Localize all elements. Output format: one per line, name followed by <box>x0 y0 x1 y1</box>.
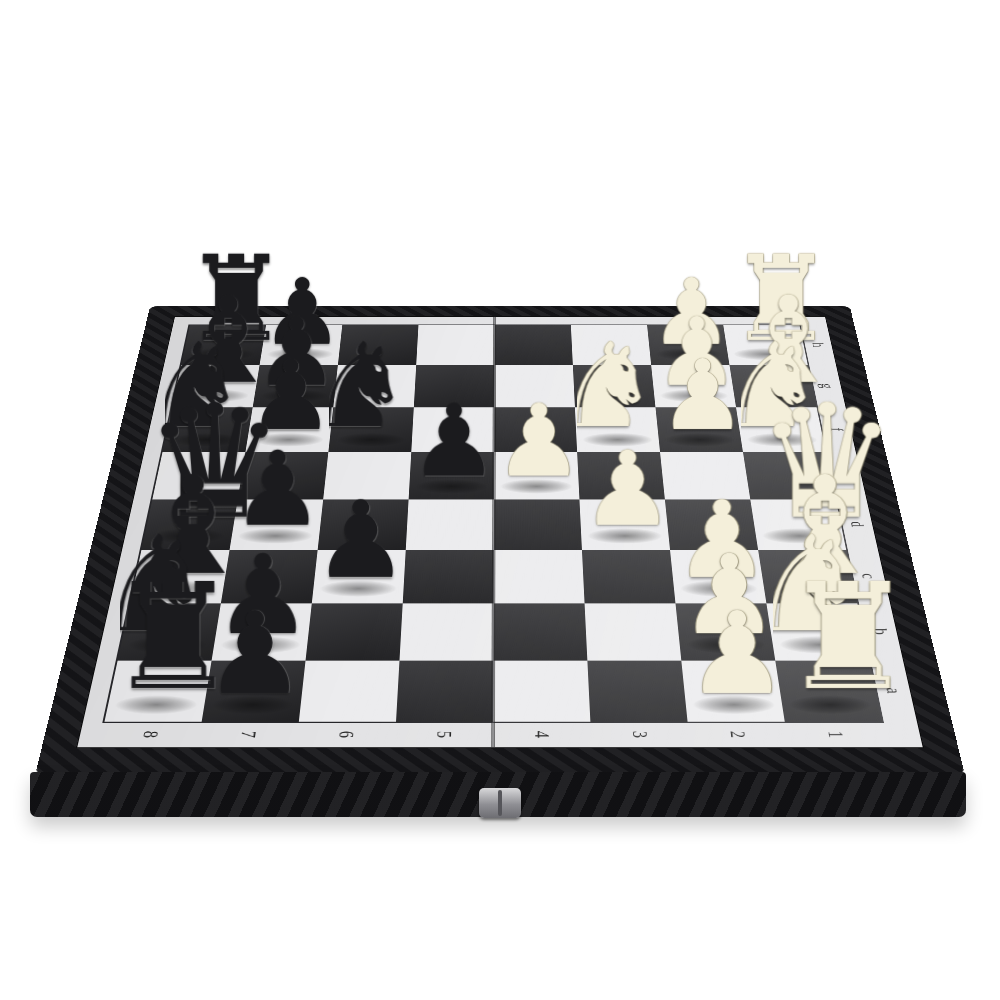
square-d4[interactable] <box>494 499 582 549</box>
rank-label-7: 7 <box>224 703 272 767</box>
square-g4[interactable] <box>494 365 575 407</box>
file-label-b: b <box>833 622 930 641</box>
square-d6[interactable] <box>318 499 409 549</box>
chess-board-frame: 87654321 hgfedcba ♜♟♟♜♝♟♟♝♞♟♞♞♟♞♟♟♛♟♟♛♝♟… <box>35 306 965 775</box>
rank-label-4: 4 <box>522 703 563 767</box>
square-e6[interactable] <box>323 452 411 499</box>
square-e8[interactable] <box>152 452 245 499</box>
square-d2[interactable] <box>665 499 758 549</box>
square-b7[interactable] <box>212 603 312 660</box>
board-surface: 87654321 hgfedcba ♜♟♟♜♝♟♟♝♞♟♞♞♟♞♟♟♛♟♟♛♝♟… <box>77 317 922 748</box>
square-h8[interactable] <box>181 325 266 365</box>
square-g2[interactable] <box>651 365 736 407</box>
square-f2[interactable] <box>655 407 742 452</box>
square-b4[interactable] <box>493 603 587 660</box>
square-g6[interactable] <box>333 365 416 407</box>
file-label-c: c <box>822 567 915 585</box>
file-label-d: d <box>812 516 902 533</box>
square-d7[interactable] <box>230 499 324 549</box>
product-photo-scene: 87654321 hgfedcba ♜♟♟♜♝♟♟♝♞♟♞♞♟♞♟♟♛♟♟♛♝♟… <box>0 0 1000 1000</box>
square-e5[interactable] <box>409 452 495 499</box>
square-c8[interactable] <box>130 550 230 604</box>
file-label-a: a <box>844 680 944 701</box>
square-d3[interactable] <box>579 499 670 549</box>
chess-grid <box>104 325 881 721</box>
square-e2[interactable] <box>660 452 750 499</box>
square-g5[interactable] <box>414 365 495 407</box>
square-h7[interactable] <box>260 325 343 365</box>
square-c6[interactable] <box>312 550 406 604</box>
square-d5[interactable] <box>406 499 494 549</box>
square-b2[interactable] <box>675 603 775 660</box>
square-g3[interactable] <box>573 365 656 407</box>
square-c3[interactable] <box>582 550 676 604</box>
square-c2[interactable] <box>670 550 766 604</box>
square-b8[interactable] <box>118 603 221 660</box>
square-c4[interactable] <box>494 550 585 604</box>
square-g7[interactable] <box>253 365 338 407</box>
square-b6[interactable] <box>306 603 403 660</box>
square-c7[interactable] <box>221 550 318 604</box>
square-f4[interactable] <box>494 407 577 452</box>
square-d8[interactable] <box>141 499 237 549</box>
square-h2[interactable] <box>647 325 729 365</box>
square-b3[interactable] <box>585 603 682 660</box>
file-label-f: f <box>794 422 879 437</box>
square-h6[interactable] <box>338 325 419 365</box>
square-h4[interactable] <box>495 325 573 365</box>
square-e3[interactable] <box>577 452 665 499</box>
file-label-g: g <box>786 379 869 393</box>
square-f5[interactable] <box>411 407 494 452</box>
square-e7[interactable] <box>238 452 329 499</box>
square-f7[interactable] <box>245 407 333 452</box>
hinge <box>479 788 521 818</box>
square-h5[interactable] <box>416 325 494 365</box>
rank-label-3: 3 <box>618 703 662 767</box>
rank-label-5: 5 <box>423 703 464 767</box>
square-e4[interactable] <box>494 452 579 499</box>
square-g8[interactable] <box>172 365 259 407</box>
square-f3[interactable] <box>575 407 660 452</box>
file-label-h: h <box>778 338 858 352</box>
rank-label-6: 6 <box>324 703 368 767</box>
file-label-e: e <box>803 467 891 483</box>
square-b5[interactable] <box>399 603 493 660</box>
square-f6[interactable] <box>328 407 413 452</box>
square-f8[interactable] <box>163 407 253 452</box>
square-h3[interactable] <box>571 325 651 365</box>
square-c5[interactable] <box>403 550 494 604</box>
